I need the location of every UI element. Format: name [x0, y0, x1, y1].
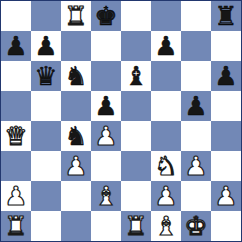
square-h4[interactable]	[211, 121, 241, 151]
square-b3[interactable]	[31, 151, 61, 181]
square-f1[interactable]: ♝	[151, 211, 181, 241]
square-g2[interactable]	[181, 181, 211, 211]
square-g4[interactable]	[181, 121, 211, 151]
square-c5[interactable]	[61, 91, 91, 121]
square-h7[interactable]	[211, 31, 241, 61]
square-a1[interactable]: ♜	[1, 211, 31, 241]
square-a3[interactable]	[1, 151, 31, 181]
white-pawn-f2[interactable]: ♟	[151, 181, 181, 211]
square-a7[interactable]: ♟	[1, 31, 31, 61]
square-b2[interactable]	[31, 181, 61, 211]
square-h3[interactable]	[211, 151, 241, 181]
white-pawn-g3[interactable]: ♟	[181, 151, 211, 181]
black-pawn-f7[interactable]: ♟	[151, 31, 181, 61]
square-f6[interactable]	[151, 61, 181, 91]
white-pawn-d4[interactable]: ♟	[91, 121, 121, 151]
black-pawn-d5[interactable]: ♟	[91, 91, 121, 121]
square-c4[interactable]: ♞	[61, 121, 91, 151]
square-d6[interactable]	[91, 61, 121, 91]
square-f4[interactable]	[151, 121, 181, 151]
white-bishop-f1[interactable]: ♝	[151, 211, 181, 241]
square-c6[interactable]: ♞	[61, 61, 91, 91]
square-c7[interactable]	[61, 31, 91, 61]
square-d1[interactable]	[91, 211, 121, 241]
square-d2[interactable]: ♝	[91, 181, 121, 211]
black-knight-c6[interactable]: ♞	[61, 61, 91, 91]
black-rook-h8[interactable]: ♜	[211, 1, 241, 31]
black-pawn-b7[interactable]: ♟	[31, 31, 61, 61]
square-a8[interactable]	[1, 1, 31, 31]
white-knight-f3[interactable]: ♞	[151, 151, 181, 181]
black-queen-b6[interactable]: ♛	[31, 61, 61, 91]
square-e2[interactable]	[121, 181, 151, 211]
square-h8[interactable]: ♜	[211, 1, 241, 31]
white-rook-a1[interactable]: ♜	[1, 211, 31, 241]
white-queen-a4[interactable]: ♛	[1, 121, 31, 151]
square-d4[interactable]: ♟	[91, 121, 121, 151]
square-e1[interactable]: ♜	[121, 211, 151, 241]
square-g6[interactable]	[181, 61, 211, 91]
square-b4[interactable]	[31, 121, 61, 151]
square-g5[interactable]: ♟	[181, 91, 211, 121]
square-h5[interactable]	[211, 91, 241, 121]
square-d5[interactable]: ♟	[91, 91, 121, 121]
square-a2[interactable]: ♟	[1, 181, 31, 211]
square-b1[interactable]	[31, 211, 61, 241]
chess-board: ♜♚♜♟♟♟♛♞♝♟♟♟♛♞♟♟♞♟♟♝♟♟♜♜♝♚	[0, 0, 242, 242]
square-b8[interactable]	[31, 1, 61, 31]
square-h6[interactable]: ♟	[211, 61, 241, 91]
chess-board-container: ♜♚♜♟♟♟♛♞♝♟♟♟♛♞♟♟♞♟♟♝♟♟♜♜♝♚	[0, 0, 242, 242]
square-f7[interactable]: ♟	[151, 31, 181, 61]
black-knight-c4[interactable]: ♞	[61, 121, 91, 151]
square-e7[interactable]	[121, 31, 151, 61]
white-pawn-a2[interactable]: ♟	[1, 181, 31, 211]
square-d8[interactable]: ♚	[91, 1, 121, 31]
square-e5[interactable]	[121, 91, 151, 121]
black-king-d8[interactable]: ♚	[91, 1, 121, 31]
square-a5[interactable]	[1, 91, 31, 121]
square-g1[interactable]: ♚	[181, 211, 211, 241]
square-h1[interactable]	[211, 211, 241, 241]
white-king-g1[interactable]: ♚	[181, 211, 211, 241]
square-f2[interactable]: ♟	[151, 181, 181, 211]
white-rook-e1[interactable]: ♜	[121, 211, 151, 241]
square-c3[interactable]: ♟	[61, 151, 91, 181]
square-b7[interactable]: ♟	[31, 31, 61, 61]
white-pawn-h2[interactable]: ♟	[211, 181, 241, 211]
square-g8[interactable]	[181, 1, 211, 31]
black-pawn-h6[interactable]: ♟	[211, 61, 241, 91]
square-d3[interactable]	[91, 151, 121, 181]
square-e8[interactable]	[121, 1, 151, 31]
square-b6[interactable]: ♛	[31, 61, 61, 91]
square-c2[interactable]	[61, 181, 91, 211]
white-bishop-d2[interactable]: ♝	[91, 181, 121, 211]
square-a4[interactable]: ♛	[1, 121, 31, 151]
square-a6[interactable]	[1, 61, 31, 91]
black-bishop-e6[interactable]: ♝	[121, 61, 151, 91]
square-b5[interactable]	[31, 91, 61, 121]
square-g7[interactable]	[181, 31, 211, 61]
square-d7[interactable]	[91, 31, 121, 61]
square-h2[interactable]: ♟	[211, 181, 241, 211]
square-g3[interactable]: ♟	[181, 151, 211, 181]
white-rook-c8[interactable]: ♜	[61, 1, 91, 31]
square-f5[interactable]	[151, 91, 181, 121]
square-f3[interactable]: ♞	[151, 151, 181, 181]
square-f8[interactable]	[151, 1, 181, 31]
white-pawn-c3[interactable]: ♟	[61, 151, 91, 181]
square-e4[interactable]	[121, 121, 151, 151]
square-c8[interactable]: ♜	[61, 1, 91, 31]
square-e3[interactable]	[121, 151, 151, 181]
square-c1[interactable]	[61, 211, 91, 241]
black-pawn-a7[interactable]: ♟	[1, 31, 31, 61]
black-pawn-g5[interactable]: ♟	[181, 91, 211, 121]
square-e6[interactable]: ♝	[121, 61, 151, 91]
